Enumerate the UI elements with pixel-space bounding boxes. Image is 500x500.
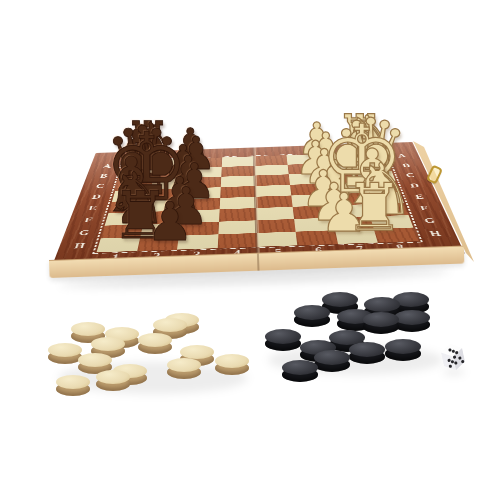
die-pip xyxy=(453,355,456,358)
checker-disc-light[interactable] xyxy=(48,343,82,364)
coordinate-label: F xyxy=(419,204,430,212)
checker-disc-light[interactable] xyxy=(138,333,172,354)
checker-disc-dark[interactable] xyxy=(385,339,421,361)
die-pip xyxy=(454,361,457,364)
disc-top xyxy=(180,345,214,359)
die-pip xyxy=(451,360,454,363)
coordinate-label: G xyxy=(423,216,436,224)
checker-disc-dark[interactable] xyxy=(394,310,430,332)
checker-disc-light[interactable] xyxy=(96,370,130,391)
disc-top xyxy=(349,342,385,357)
checker-disc-light[interactable] xyxy=(167,358,201,379)
coordinate-label: G xyxy=(77,228,90,236)
checker-disc-dark[interactable] xyxy=(294,305,330,327)
disc-top xyxy=(363,312,399,327)
dice[interactable] xyxy=(438,341,467,373)
die-pip xyxy=(458,356,461,359)
board-square[interactable] xyxy=(217,233,257,248)
checker-disc-dark[interactable] xyxy=(265,329,301,351)
disc-top xyxy=(153,318,187,332)
checker-disc-dark[interactable] xyxy=(282,360,318,382)
disc-top xyxy=(48,343,82,357)
coordinate-label: E xyxy=(414,193,425,200)
checker-disc-dark[interactable] xyxy=(349,342,385,364)
disc-top xyxy=(138,333,172,347)
disc-top xyxy=(215,354,249,368)
disc-top xyxy=(314,350,350,365)
disc-top xyxy=(265,329,301,344)
die-pip xyxy=(461,360,464,363)
disc-top xyxy=(385,339,421,354)
die-pip xyxy=(455,351,458,354)
disc-top xyxy=(294,305,330,320)
board-square[interactable] xyxy=(257,232,298,247)
coordinate-label: H xyxy=(428,229,442,238)
disc-top xyxy=(56,375,90,389)
coordinate-label: F xyxy=(83,216,93,224)
piece-dark-pawn[interactable]: ♟ xyxy=(146,195,194,248)
checker-disc-light[interactable] xyxy=(56,375,90,396)
checker-disc-dark[interactable] xyxy=(314,350,350,372)
disc-top xyxy=(394,310,430,325)
coordinate-label: E xyxy=(87,204,98,212)
box-fold-line xyxy=(256,254,259,271)
disc-top xyxy=(91,337,125,351)
coordinate-label: H xyxy=(73,241,86,250)
disc-top xyxy=(78,353,112,367)
disc-top xyxy=(71,322,105,336)
product-photo: 12345678ABCDEFGHABCDEFGH ♜♞♝♛♚♝♞♜♟♟♟♟♟♟♟… xyxy=(0,0,500,500)
disc-top xyxy=(282,360,318,375)
die-pip xyxy=(449,365,452,368)
disc-top xyxy=(96,370,130,384)
disc-top xyxy=(167,358,201,372)
piece-white-rook[interactable]: ♜ xyxy=(345,176,403,241)
checker-disc-dark[interactable] xyxy=(363,312,399,334)
checker-disc-light[interactable] xyxy=(215,354,249,375)
